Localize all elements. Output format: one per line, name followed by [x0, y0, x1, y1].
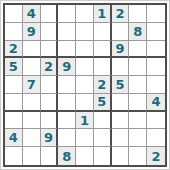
- sudoku-cell-r1c3[interactable]: [41, 5, 59, 23]
- sudoku-cell-r8c4[interactable]: [58, 129, 76, 147]
- sudoku-cell-r1c8[interactable]: [129, 5, 147, 23]
- sudoku-cell-r2c2[interactable]: 9: [23, 23, 41, 41]
- sudoku-grid: 41298295297255414982: [3, 3, 167, 167]
- sudoku-cell-r7c4[interactable]: [58, 112, 76, 130]
- sudoku-cell-r7c9[interactable]: [147, 112, 165, 130]
- sudoku-cell-r5c2[interactable]: 7: [23, 76, 41, 94]
- sudoku-cell-r8c9[interactable]: [147, 129, 165, 147]
- sudoku-cell-r6c8[interactable]: [129, 94, 147, 112]
- sudoku-cell-r6c9[interactable]: 4: [147, 94, 165, 112]
- sudoku-cell-r1c1[interactable]: [5, 5, 23, 23]
- sudoku-cell-r8c8[interactable]: [129, 129, 147, 147]
- sudoku-cell-r5c7[interactable]: 5: [112, 76, 130, 94]
- sudoku-cell-r6c1[interactable]: [5, 94, 23, 112]
- sudoku-cell-r4c7[interactable]: [112, 58, 130, 76]
- sudoku-cell-r1c5[interactable]: [76, 5, 94, 23]
- sudoku-cell-r1c4[interactable]: [58, 5, 76, 23]
- sudoku-cell-r9c2[interactable]: [23, 147, 41, 165]
- sudoku-cell-r9c4[interactable]: 8: [58, 147, 76, 165]
- sudoku-cell-r3c5[interactable]: [76, 41, 94, 59]
- sudoku-cell-r3c2[interactable]: [23, 41, 41, 59]
- sudoku-cell-r8c6[interactable]: [94, 129, 112, 147]
- sudoku-cell-r8c7[interactable]: [112, 129, 130, 147]
- sudoku-cell-r3c8[interactable]: [129, 41, 147, 59]
- sudoku-cell-r7c7[interactable]: [112, 112, 130, 130]
- sudoku-cell-r3c9[interactable]: [147, 41, 165, 59]
- sudoku-cell-r2c1[interactable]: [5, 23, 23, 41]
- sudoku-cell-r5c8[interactable]: [129, 76, 147, 94]
- sudoku-cell-r8c2[interactable]: [23, 129, 41, 147]
- sudoku-cell-r4c4[interactable]: 9: [58, 58, 76, 76]
- sudoku-cell-r6c3[interactable]: [41, 94, 59, 112]
- sudoku-cell-r9c9[interactable]: 2: [147, 147, 165, 165]
- sudoku-cell-r3c1[interactable]: 2: [5, 41, 23, 59]
- sudoku-cell-r9c8[interactable]: [129, 147, 147, 165]
- sudoku-cell-r3c7[interactable]: 9: [112, 41, 130, 59]
- sudoku-cell-r8c5[interactable]: [76, 129, 94, 147]
- sudoku-cell-r2c3[interactable]: [41, 23, 59, 41]
- sudoku-cell-r6c4[interactable]: [58, 94, 76, 112]
- sudoku-cell-r5c5[interactable]: [76, 76, 94, 94]
- sudoku-cell-r6c7[interactable]: [112, 94, 130, 112]
- sudoku-cell-r1c2[interactable]: 4: [23, 5, 41, 23]
- sudoku-cell-r1c9[interactable]: [147, 5, 165, 23]
- sudoku-cell-r7c6[interactable]: [94, 112, 112, 130]
- sudoku-cell-r8c1[interactable]: 4: [5, 129, 23, 147]
- sudoku-cell-r1c7[interactable]: 2: [112, 5, 130, 23]
- sudoku-cell-r4c8[interactable]: [129, 58, 147, 76]
- sudoku-cell-r8c3[interactable]: 9: [41, 129, 59, 147]
- sudoku-cell-r2c5[interactable]: [76, 23, 94, 41]
- sudoku-cell-r3c6[interactable]: [94, 41, 112, 59]
- sudoku-cell-r5c3[interactable]: [41, 76, 59, 94]
- sudoku-cell-r9c5[interactable]: [76, 147, 94, 165]
- sudoku-board-frame: 41298295297255414982: [0, 0, 170, 170]
- sudoku-cell-r2c6[interactable]: [94, 23, 112, 41]
- sudoku-cell-r7c1[interactable]: [5, 112, 23, 130]
- sudoku-cell-r6c2[interactable]: [23, 94, 41, 112]
- sudoku-cell-r9c7[interactable]: [112, 147, 130, 165]
- sudoku-cell-r7c5[interactable]: 1: [76, 112, 94, 130]
- sudoku-cell-r5c6[interactable]: 2: [94, 76, 112, 94]
- sudoku-cell-r7c2[interactable]: [23, 112, 41, 130]
- sudoku-cell-r9c6[interactable]: [94, 147, 112, 165]
- sudoku-cell-r4c6[interactable]: [94, 58, 112, 76]
- sudoku-cell-r4c1[interactable]: 5: [5, 58, 23, 76]
- sudoku-cell-r4c9[interactable]: [147, 58, 165, 76]
- sudoku-cell-r9c3[interactable]: [41, 147, 59, 165]
- sudoku-cell-r7c8[interactable]: [129, 112, 147, 130]
- sudoku-cell-r6c5[interactable]: [76, 94, 94, 112]
- sudoku-cell-r2c7[interactable]: [112, 23, 130, 41]
- sudoku-cell-r1c6[interactable]: 1: [94, 5, 112, 23]
- sudoku-cell-r3c4[interactable]: [58, 41, 76, 59]
- sudoku-cell-r5c4[interactable]: [58, 76, 76, 94]
- sudoku-cell-r9c1[interactable]: [5, 147, 23, 165]
- sudoku-cell-r4c2[interactable]: [23, 58, 41, 76]
- sudoku-cell-r2c9[interactable]: [147, 23, 165, 41]
- sudoku-cell-r4c5[interactable]: [76, 58, 94, 76]
- sudoku-cell-r3c3[interactable]: [41, 41, 59, 59]
- sudoku-cell-r5c1[interactable]: [5, 76, 23, 94]
- sudoku-cell-r2c4[interactable]: [58, 23, 76, 41]
- sudoku-cell-r5c9[interactable]: [147, 76, 165, 94]
- sudoku-cell-r7c3[interactable]: [41, 112, 59, 130]
- sudoku-cell-r2c8[interactable]: 8: [129, 23, 147, 41]
- sudoku-cell-r4c3[interactable]: 2: [41, 58, 59, 76]
- sudoku-cell-r6c6[interactable]: 5: [94, 94, 112, 112]
